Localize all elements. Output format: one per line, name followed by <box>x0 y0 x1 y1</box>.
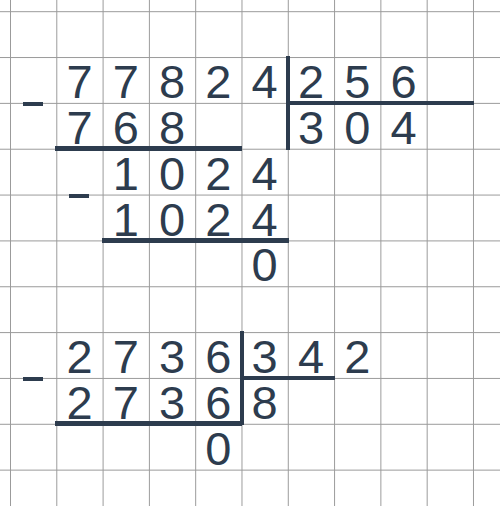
minus-sign-2 <box>69 194 89 198</box>
digit-cell-r1c4: 2 <box>195 57 241 103</box>
digit-cell-r8c1: 2 <box>56 378 102 424</box>
digit-cell-r4c2: 1 <box>103 195 149 241</box>
digit-cell-r7c7: 2 <box>334 332 380 378</box>
digit-cell-r8c2: 7 <box>103 378 149 424</box>
digit-cell-r2c8: 4 <box>380 103 426 149</box>
digit-cell-r3c2: 1 <box>103 149 149 195</box>
minus-sign-1 <box>23 102 43 106</box>
squared-paper: 778242567683041024102402736342273680 <box>0 0 500 506</box>
subtraction-underline-2736 <box>55 421 242 426</box>
digit-cell-r7c2: 7 <box>103 332 149 378</box>
division-bracket-quotient-bar-2 <box>241 376 336 380</box>
digit-cell-r8c4: 6 <box>195 378 241 424</box>
digit-cell-r3c4: 2 <box>195 149 241 195</box>
digit-cell-r2c6: 3 <box>288 103 334 149</box>
digit-cell-r8c3: 3 <box>149 378 195 424</box>
digit-cell-r3c5: 4 <box>242 149 288 195</box>
digit-cell-r7c5: 3 <box>242 332 288 378</box>
digit-cell-r7c4: 6 <box>195 332 241 378</box>
digit-cell-r5c5: 0 <box>242 240 288 286</box>
digit-cell-r2c1: 7 <box>56 103 102 149</box>
digit-cell-r1c2: 7 <box>103 57 149 103</box>
digit-cell-r1c5: 4 <box>242 57 288 103</box>
digit-cell-r1c1: 7 <box>56 57 102 103</box>
digit-cell-r8c5: 8 <box>242 378 288 424</box>
digit-cell-r2c2: 6 <box>103 103 149 149</box>
digit-cell-r1c6: 2 <box>288 57 334 103</box>
digit-cell-r2c7: 0 <box>334 103 380 149</box>
digit-cell-r7c1: 2 <box>56 332 102 378</box>
digit-cell-r1c8: 6 <box>380 57 426 103</box>
division-bracket-quotient-bar-1 <box>287 101 474 105</box>
digit-cell-r7c3: 3 <box>149 332 195 378</box>
digit-cell-r1c7: 5 <box>334 57 380 103</box>
digit-cell-r4c4: 2 <box>195 195 241 241</box>
minus-sign-3 <box>23 377 43 381</box>
digit-cell-r4c3: 0 <box>149 195 195 241</box>
digit-cell-r2c3: 8 <box>149 103 195 149</box>
digit-cell-r9c4: 0 <box>195 424 241 470</box>
subtraction-underline-1024 <box>102 238 289 243</box>
digit-cell-r3c3: 0 <box>149 149 195 195</box>
digit-cell-r7c6: 4 <box>288 332 334 378</box>
subtraction-underline-768 <box>55 146 242 151</box>
digit-cell-r4c5: 4 <box>242 195 288 241</box>
digit-cell-r1c3: 8 <box>149 57 195 103</box>
